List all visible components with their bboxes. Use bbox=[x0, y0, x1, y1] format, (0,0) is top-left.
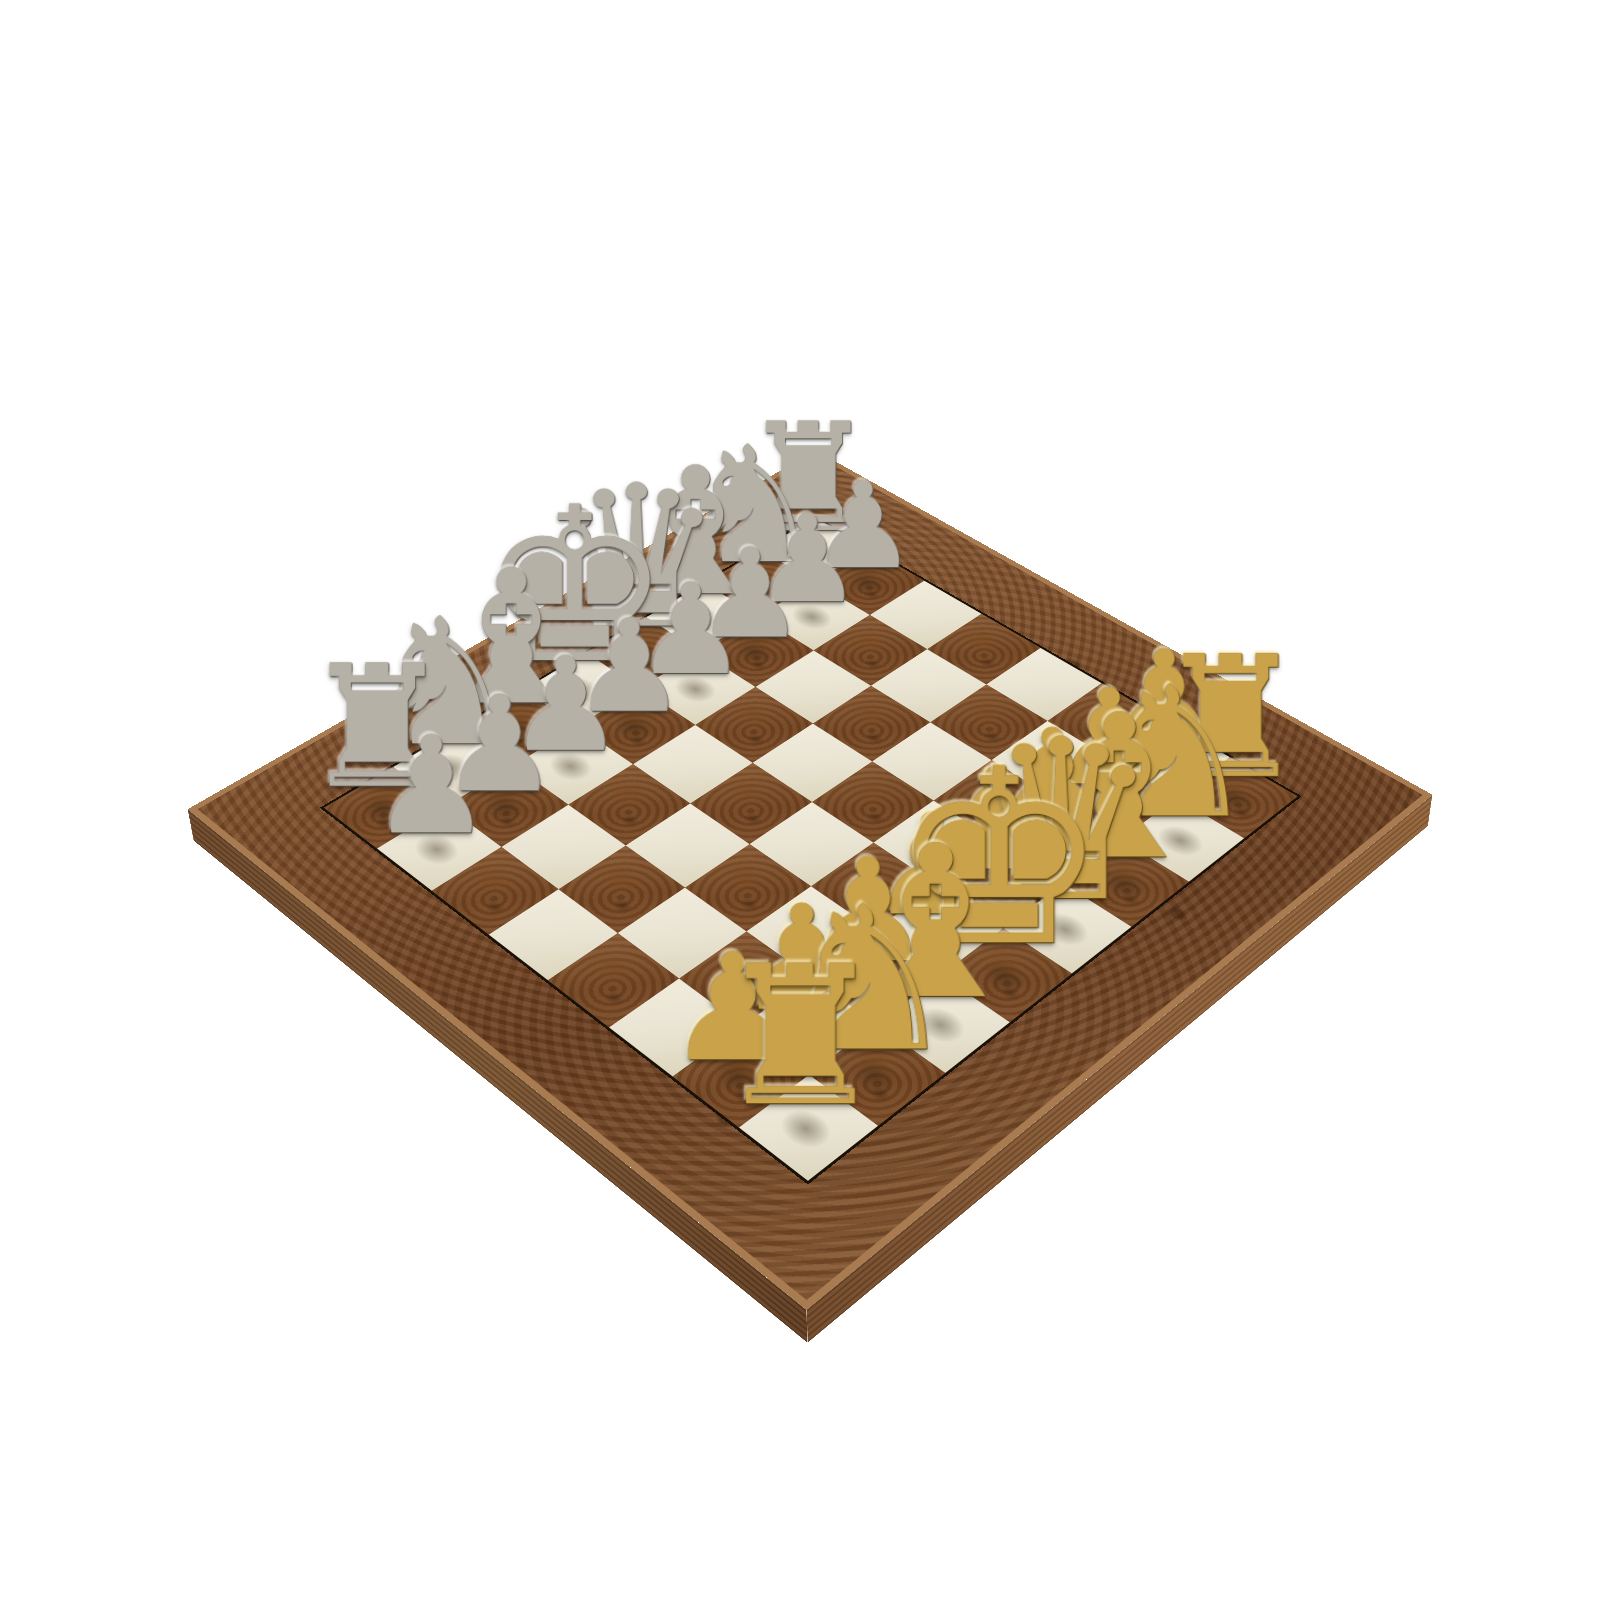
square-h1[interactable]: ♜ bbox=[739, 1075, 878, 1181]
square-h7[interactable]: ♟ bbox=[377, 806, 501, 891]
piece-black-pawn[interactable]: ♟ bbox=[377, 806, 501, 891]
chess-board: ♜♟♟♜♞♟♟♞♝♟♟♝♛♟♟♛♚♟♟♚♝♟♟♝♞♟♟♞♜♟♟♜ bbox=[188, 451, 1433, 1310]
rook-glyph: ♜ bbox=[714, 941, 886, 1133]
product-photo-scene: ♜♟♟♜♞♟♟♞♝♟♟♝♛♟♟♛♚♟♟♚♝♟♟♝♞♟♟♞♜♟♟♜ bbox=[0, 0, 1600, 1600]
pawn-glyph: ♟ bbox=[371, 718, 492, 853]
piece-white-rook[interactable]: ♜ bbox=[739, 1075, 878, 1181]
board-top-surface: ♜♟♟♜♞♟♟♞♝♟♟♝♛♟♟♛♚♟♟♚♝♟♟♝♞♟♟♞♜♟♟♜ bbox=[188, 451, 1433, 1310]
